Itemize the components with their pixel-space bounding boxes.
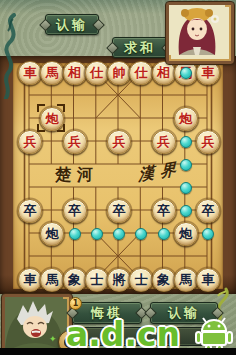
xiangqi-game-screen: 认输 求和	[0, 0, 236, 355]
move-hint-dot[interactable]	[180, 205, 192, 217]
offer-draw-button-label: 求和	[124, 39, 156, 57]
xiangqi-piece-red[interactable]: 兵	[196, 130, 220, 154]
bottom-black-bar	[0, 348, 236, 355]
resign-button-bottom[interactable]: 认输	[150, 302, 218, 324]
xiangqi-piece-red[interactable]: 車	[18, 61, 42, 85]
move-hint-dot[interactable]	[69, 228, 81, 240]
move-hint-dot[interactable]	[180, 136, 192, 148]
xiangqi-piece-black[interactable]: 車	[196, 268, 220, 292]
xiangqi-piece-black[interactable]: 士	[85, 268, 109, 292]
xiangqi-piece-black[interactable]: 車	[18, 268, 42, 292]
xiangqi-piece-red[interactable]: 相	[63, 61, 87, 85]
board-grid	[0, 56, 236, 294]
xiangqi-piece-red[interactable]: 兵	[18, 130, 42, 154]
resign-button-top[interactable]: 认输	[45, 14, 99, 35]
xiangqi-piece-red[interactable]: 帥	[107, 61, 131, 85]
offer-draw-button[interactable]: 求和	[112, 37, 168, 58]
river-label-left: 楚河	[55, 165, 99, 186]
xiangqi-piece-black[interactable]: 卒	[152, 199, 176, 223]
xiangqi-piece-black[interactable]: 卒	[107, 199, 131, 223]
resign-button-top-label: 认输	[56, 16, 88, 34]
xiangqi-piece-black[interactable]: 炮	[174, 222, 198, 246]
move-hint-dot[interactable]	[180, 182, 192, 194]
move-hint-dot[interactable]	[91, 228, 103, 240]
xiangqi-piece-black[interactable]: 象	[152, 268, 176, 292]
resign-button-bottom-label: 认输	[168, 304, 200, 322]
xiangqi-piece-black[interactable]: 象	[63, 268, 87, 292]
move-hint-dot[interactable]	[158, 228, 170, 240]
xiangqi-piece-black[interactable]: 卒	[63, 199, 87, 223]
undo-move-button[interactable]: 悔棋 1	[72, 302, 142, 324]
xiangqi-board[interactable]: 楚河 漢界 車馬相仕帥仕相馬車炮炮兵兵兵兵兵卒卒卒卒卒炮炮車馬象士將士象馬車	[0, 56, 236, 294]
xiangqi-piece-red[interactable]: 車	[196, 61, 220, 85]
sparkle-icon: ✦	[49, 334, 57, 344]
capture-hint-dot[interactable]	[180, 67, 192, 79]
opponent-portrait-icon	[169, 5, 225, 55]
xiangqi-piece-red[interactable]: 兵	[63, 130, 87, 154]
chat-bar[interactable]	[80, 327, 218, 346]
xiangqi-piece-black[interactable]: 卒	[196, 199, 220, 223]
xiangqi-piece-black[interactable]: 卒	[18, 199, 42, 223]
xiangqi-piece-red[interactable]: 仕	[85, 61, 109, 85]
xiangqi-piece-black[interactable]: 將	[107, 268, 131, 292]
xiangqi-piece-red[interactable]: 兵	[152, 130, 176, 154]
opponent-avatar[interactable]	[166, 2, 234, 64]
coin-emblem-icon	[64, 337, 77, 348]
xiangqi-piece-red[interactable]: 相	[152, 61, 176, 85]
move-hint-dot[interactable]	[113, 228, 125, 240]
xiangqi-piece-red[interactable]: 兵	[107, 130, 131, 154]
undo-count-badge: 1	[69, 297, 82, 310]
xiangqi-piece-black[interactable]: 馬	[174, 268, 198, 292]
move-hint-dot[interactable]	[180, 159, 192, 171]
xiangqi-piece-red[interactable]: 炮	[174, 107, 198, 131]
move-hint-dot[interactable]	[202, 228, 214, 240]
undo-move-button-label: 悔棋	[91, 304, 123, 322]
